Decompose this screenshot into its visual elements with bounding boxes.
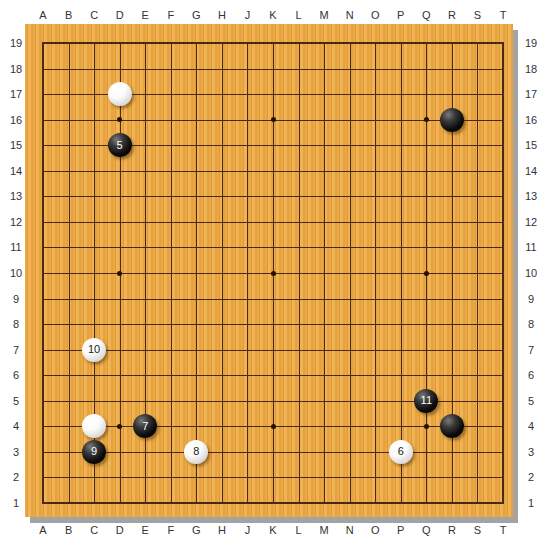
column-label-top-B: B — [65, 9, 72, 21]
column-label-bottom-H: H — [218, 524, 226, 536]
column-label-top-A: A — [39, 9, 46, 21]
column-label-top-J: J — [245, 9, 251, 21]
stone-move-number: 8 — [193, 446, 199, 457]
column-label-bottom-S: S — [474, 524, 481, 536]
row-label-right-5: 5 — [528, 395, 534, 407]
stone-white-G3[interactable]: 8 — [184, 440, 208, 464]
column-label-bottom-D: D — [116, 524, 124, 536]
row-label-left-5: 5 — [13, 395, 19, 407]
star-point-K4 — [271, 424, 276, 429]
star-point-K16 — [271, 117, 276, 122]
star-point-Q10 — [424, 271, 429, 276]
row-label-left-7: 7 — [13, 344, 19, 356]
column-label-top-R: R — [448, 9, 456, 21]
grid-line-horizontal — [43, 350, 503, 351]
go-board-diagram: AABBCCDDEEFFGGHHJJKKLLMMNNOOPPQQRRSSTT19… — [0, 0, 550, 550]
row-label-left-16: 16 — [10, 114, 22, 126]
star-point-Q4 — [424, 424, 429, 429]
column-label-top-G: G — [192, 9, 201, 21]
star-point-D10 — [117, 271, 122, 276]
row-label-right-7: 7 — [528, 344, 534, 356]
column-label-bottom-L: L — [295, 524, 301, 536]
column-label-top-T: T — [500, 9, 507, 21]
row-label-right-11: 11 — [525, 241, 536, 253]
row-label-right-14: 14 — [525, 165, 537, 177]
stone-black-R16[interactable] — [440, 108, 464, 132]
row-label-left-4: 4 — [13, 420, 19, 432]
column-label-bottom-A: A — [39, 524, 46, 536]
column-label-top-E: E — [142, 9, 149, 21]
column-label-top-C: C — [90, 9, 98, 21]
grid-line-horizontal — [43, 299, 503, 300]
column-label-top-F: F — [167, 9, 174, 21]
row-label-right-10: 10 — [525, 267, 537, 279]
row-label-right-1: 1 — [528, 497, 534, 509]
row-label-right-17: 17 — [525, 88, 537, 100]
column-label-bottom-T: T — [500, 524, 507, 536]
row-label-left-13: 13 — [10, 190, 22, 202]
row-label-right-8: 8 — [528, 318, 534, 330]
row-label-left-8: 8 — [13, 318, 19, 330]
column-label-bottom-M: M — [320, 524, 329, 536]
row-label-left-19: 19 — [10, 37, 22, 49]
stone-black-D15[interactable]: 5 — [108, 133, 132, 157]
grid-line-vertical — [375, 43, 376, 503]
stone-move-number: 11 — [421, 395, 432, 406]
stone-white-C7[interactable]: 10 — [82, 338, 106, 362]
stone-white-P3[interactable]: 6 — [389, 440, 413, 464]
row-label-right-3: 3 — [528, 446, 534, 458]
grid-line-horizontal — [43, 452, 503, 453]
column-label-top-L: L — [295, 9, 301, 21]
column-label-bottom-J: J — [245, 524, 251, 536]
star-point-K10 — [271, 271, 276, 276]
stone-white-C4[interactable] — [82, 414, 106, 438]
stone-move-number: 5 — [117, 140, 123, 151]
row-label-left-12: 12 — [10, 216, 22, 228]
row-label-right-13: 13 — [525, 190, 537, 202]
row-label-right-2: 2 — [528, 471, 534, 483]
star-point-D4 — [117, 424, 122, 429]
grid-line-vertical — [299, 43, 300, 503]
row-label-right-9: 9 — [528, 293, 534, 305]
row-label-right-15: 15 — [525, 139, 537, 151]
column-label-top-P: P — [397, 9, 404, 21]
column-label-top-D: D — [116, 9, 124, 21]
row-label-left-3: 3 — [13, 446, 19, 458]
column-label-bottom-K: K — [269, 524, 276, 536]
stone-move-number: 10 — [88, 344, 100, 355]
column-label-bottom-R: R — [448, 524, 456, 536]
grid-line-horizontal — [43, 375, 503, 376]
row-label-right-6: 6 — [528, 369, 534, 381]
row-label-left-18: 18 — [10, 63, 22, 75]
grid-line-vertical — [324, 43, 325, 503]
row-label-left-17: 17 — [10, 88, 22, 100]
column-label-bottom-Q: Q — [422, 524, 431, 536]
column-label-top-S: S — [474, 9, 481, 21]
column-label-bottom-B: B — [65, 524, 72, 536]
column-label-bottom-F: F — [167, 524, 174, 536]
row-label-left-1: 1 — [13, 497, 19, 509]
stone-white-D17[interactable] — [108, 82, 132, 106]
stone-move-number: 7 — [142, 421, 148, 432]
grid-line-vertical — [401, 43, 402, 503]
column-label-bottom-E: E — [142, 524, 149, 536]
stone-move-number: 9 — [91, 446, 97, 457]
row-label-left-10: 10 — [10, 267, 22, 279]
column-label-top-M: M — [320, 9, 329, 21]
star-point-Q16 — [424, 117, 429, 122]
row-label-right-18: 18 — [525, 63, 537, 75]
stone-black-E4[interactable]: 7 — [133, 414, 157, 438]
row-label-left-2: 2 — [13, 471, 19, 483]
column-label-top-N: N — [346, 9, 354, 21]
column-label-bottom-N: N — [346, 524, 354, 536]
column-label-bottom-O: O — [371, 524, 380, 536]
stone-black-R4[interactable] — [440, 414, 464, 438]
column-label-bottom-C: C — [90, 524, 98, 536]
row-label-right-4: 4 — [528, 420, 534, 432]
grid-line-vertical — [350, 43, 351, 503]
column-label-bottom-G: G — [192, 524, 201, 536]
column-label-top-H: H — [218, 9, 226, 21]
row-label-right-19: 19 — [525, 37, 537, 49]
column-label-top-Q: Q — [422, 9, 431, 21]
row-label-left-11: 11 — [10, 241, 21, 253]
row-label-left-15: 15 — [10, 139, 22, 151]
column-label-bottom-P: P — [397, 524, 404, 536]
row-label-left-9: 9 — [13, 293, 19, 305]
column-label-top-K: K — [269, 9, 276, 21]
stone-black-Q5[interactable]: 11 — [414, 389, 438, 413]
row-label-right-12: 12 — [525, 216, 537, 228]
grid-line-vertical — [477, 43, 478, 503]
stone-black-C3[interactable]: 9 — [82, 440, 106, 464]
row-label-left-14: 14 — [10, 165, 22, 177]
stone-move-number: 6 — [398, 446, 404, 457]
row-label-left-6: 6 — [13, 369, 19, 381]
grid-line-horizontal — [43, 324, 503, 325]
row-label-right-16: 16 — [525, 114, 537, 126]
grid-line-horizontal — [43, 477, 503, 478]
column-label-top-O: O — [371, 9, 380, 21]
